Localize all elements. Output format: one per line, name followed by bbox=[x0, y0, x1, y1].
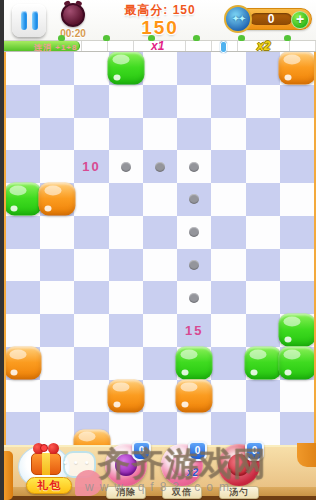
currency-pill: 0 ✦✦ + bbox=[225, 8, 312, 30]
ellipsis-dots: • • • bbox=[61, 456, 93, 468]
board-cell-r3-c2: 10 bbox=[74, 150, 108, 183]
board-cell-r10-c4 bbox=[143, 380, 177, 413]
board-cell-r10-c2 bbox=[74, 380, 108, 413]
jelly-orange-r10-c3[interactable] bbox=[107, 379, 144, 412]
pause-icon bbox=[21, 11, 27, 30]
board-cell-r9-c0 bbox=[6, 347, 40, 380]
board-cell-r7-c7 bbox=[246, 281, 280, 314]
add-currency-button[interactable]: + bbox=[291, 11, 309, 29]
board-cell-r6-c6 bbox=[211, 249, 245, 282]
board-cell-r8-c1 bbox=[40, 314, 74, 347]
score-popup-label: 10 bbox=[74, 150, 108, 183]
board-cell-r7-c4 bbox=[143, 281, 177, 314]
path-dot-r5-c5 bbox=[189, 227, 199, 237]
watermark-url: www.qf82.com bbox=[4, 480, 316, 494]
board-cell-r0-c7 bbox=[246, 52, 280, 85]
board-cell-r4-c7 bbox=[246, 183, 280, 216]
board-cell-r9-c1 bbox=[40, 347, 74, 380]
score-block: 最高分: 150 150 bbox=[90, 2, 230, 39]
board-cell-r8-c7 bbox=[246, 314, 280, 347]
board-cell-r10-c8 bbox=[280, 380, 314, 413]
board-cell-r7-c2 bbox=[74, 281, 108, 314]
path-dot-r4-c5 bbox=[189, 194, 199, 204]
board-cell-r4-c4 bbox=[143, 183, 177, 216]
thermometer-icon bbox=[220, 41, 227, 53]
grass-sprout-icon bbox=[103, 35, 110, 41]
board-cell-r3-c6 bbox=[211, 150, 245, 183]
score-popup-label: 15 bbox=[177, 314, 211, 347]
board-cell-r4-c0 bbox=[6, 183, 40, 216]
bottom-hud: • • • 礼包 0 消除 x2 0 双倍 bbox=[4, 443, 316, 500]
pause-button[interactable] bbox=[12, 4, 46, 37]
board-cell-r7-c6 bbox=[211, 281, 245, 314]
board-cell-r2-c4 bbox=[143, 118, 177, 151]
board-cell-r11-c8 bbox=[280, 412, 314, 445]
gem-icon: ✦✦ bbox=[224, 5, 252, 33]
board-cell-r5-c2 bbox=[74, 216, 108, 249]
board-cell-r6-c2 bbox=[74, 249, 108, 282]
board-cell-r4-c5 bbox=[177, 183, 211, 216]
game-screen: 00:20 最高分: 150 150 0 ✦✦ + 连消 +1+8 x1 x2 … bbox=[4, 0, 316, 500]
board-cell-r3-c3 bbox=[109, 150, 143, 183]
board-cell-r10-c7 bbox=[246, 380, 280, 413]
board-cell-r2-c6 bbox=[211, 118, 245, 151]
best-score-value: 150 bbox=[173, 3, 196, 17]
board-cell-r5-c0 bbox=[6, 216, 40, 249]
board-cell-r7-c3 bbox=[109, 281, 143, 314]
board-cell-r5-c1 bbox=[40, 216, 74, 249]
grass-sprout-icon bbox=[58, 35, 65, 41]
board-cell-r9-c2 bbox=[74, 347, 108, 380]
board-cell-r5-c5 bbox=[177, 216, 211, 249]
board-cell-r3-c8 bbox=[280, 150, 314, 183]
grass-sprout-icon bbox=[148, 35, 155, 41]
path-dot-r7-c5 bbox=[189, 293, 199, 303]
board-cell-r5-c6 bbox=[211, 216, 245, 249]
board-cell-r10-c3 bbox=[109, 380, 143, 413]
board-cell-r3-c4 bbox=[143, 150, 177, 183]
board-cell-r0-c0 bbox=[6, 52, 40, 85]
board-cell-r8-c3 bbox=[109, 314, 143, 347]
jelly-green-r9-c8[interactable] bbox=[278, 347, 315, 380]
board-cell-r7-c0 bbox=[6, 281, 40, 314]
countdown-timer: 00:20 bbox=[52, 3, 94, 39]
board-cell-r1-c7 bbox=[246, 85, 280, 118]
board-cell-r9-c7 bbox=[246, 347, 280, 380]
board-cell-r1-c2 bbox=[74, 85, 108, 118]
board-cell-r3-c7 bbox=[246, 150, 280, 183]
board-cell-r4-c8 bbox=[280, 183, 314, 216]
combo-meter: 连消 +1+8 x1 x2 bbox=[4, 40, 316, 52]
best-score-label: 最高分: bbox=[124, 3, 168, 17]
board-cell-r5-c3 bbox=[109, 216, 143, 249]
board-cell-r6-c4 bbox=[143, 249, 177, 282]
board-cell-r1-c5 bbox=[177, 85, 211, 118]
jelly-green-r0-c3[interactable] bbox=[107, 52, 144, 85]
board-cell-r6-c1 bbox=[40, 249, 74, 282]
alarm-clock-icon bbox=[61, 3, 85, 27]
path-dot-r3-c3 bbox=[121, 162, 131, 172]
path-dot-r3-c4 bbox=[155, 162, 165, 172]
board-cell-r2-c3 bbox=[109, 118, 143, 151]
right-curtain-decor bbox=[297, 443, 316, 467]
board-cell-r11-c6 bbox=[211, 412, 245, 445]
currency-count: 0 bbox=[250, 9, 292, 31]
board-cell-r1-c3 bbox=[109, 85, 143, 118]
board-cell-r0-c5 bbox=[177, 52, 211, 85]
game-board: 1015 bbox=[4, 52, 316, 447]
top-hud: 00:20 最高分: 150 150 0 ✦✦ + bbox=[4, 0, 316, 40]
board-cell-r2-c7 bbox=[246, 118, 280, 151]
board-cell-r8-c6 bbox=[211, 314, 245, 347]
jelly-orange-r9-c0[interactable] bbox=[5, 347, 42, 380]
board-cell-r6-c5 bbox=[177, 249, 211, 282]
board-cell-r8-c4 bbox=[143, 314, 177, 347]
board-cell-r9-c5 bbox=[177, 347, 211, 380]
board-cell-r10-c6 bbox=[211, 380, 245, 413]
jelly-orange-r10-c5[interactable] bbox=[176, 379, 213, 412]
board-cell-r5-c8 bbox=[280, 216, 314, 249]
board-cell-r7-c8 bbox=[280, 281, 314, 314]
pause-icon bbox=[32, 11, 38, 30]
board-cell-r2-c1 bbox=[40, 118, 74, 151]
jelly-green-r8-c8[interactable] bbox=[278, 314, 315, 347]
jelly-orange-r0-c8[interactable] bbox=[278, 52, 315, 85]
path-dot-r3-c5 bbox=[189, 162, 199, 172]
board-cell-r1-c8 bbox=[280, 85, 314, 118]
board-cell-r2-c8 bbox=[280, 118, 314, 151]
path-dot-r6-c5 bbox=[189, 260, 199, 270]
board-cell-r1-c4 bbox=[143, 85, 177, 118]
board-cell-r3-c1 bbox=[40, 150, 74, 183]
board-cell-r6-c3 bbox=[109, 249, 143, 282]
multiplier-x2: x2 bbox=[257, 39, 270, 53]
grass-sprout-icon bbox=[193, 35, 200, 41]
board-cell-r6-c0 bbox=[6, 249, 40, 282]
board-cell-r7-c5 bbox=[177, 281, 211, 314]
board-cell-r4-c3 bbox=[109, 183, 143, 216]
multiplier-x1: x1 bbox=[151, 39, 164, 53]
board-cell-r1-c6 bbox=[211, 85, 245, 118]
jelly-orange-r4-c1[interactable] bbox=[39, 183, 76, 216]
board-cell-r1-c1 bbox=[40, 85, 74, 118]
board-cell-r10-c0 bbox=[6, 380, 40, 413]
board-cell-r2-c5 bbox=[177, 118, 211, 151]
board-cell-r2-c2 bbox=[74, 118, 108, 151]
board-cell-r0-c2 bbox=[74, 52, 108, 85]
board-cell-r0-c1 bbox=[40, 52, 74, 85]
grass-sprout-icon bbox=[284, 35, 291, 41]
board-cell-r8-c0 bbox=[6, 314, 40, 347]
gift-box-icon bbox=[31, 441, 61, 477]
board-cell-r8-c8 bbox=[280, 314, 314, 347]
combo-label: 连消 +1+8 bbox=[34, 42, 77, 53]
board-cell-r9-c6 bbox=[211, 347, 245, 380]
board-cell-r10-c1 bbox=[40, 380, 74, 413]
board-cell-r0-c4 bbox=[143, 52, 177, 85]
jelly-green-r9-c5[interactable] bbox=[176, 347, 213, 380]
jelly-green-r4-c0[interactable] bbox=[5, 183, 42, 216]
board-cell-r11-c2 bbox=[74, 412, 108, 445]
board-cell-r6-c7 bbox=[246, 249, 280, 282]
current-score: 150 bbox=[90, 17, 230, 39]
board-cell-r3-c5 bbox=[177, 150, 211, 183]
board-cell-r3-c0 bbox=[6, 150, 40, 183]
board-cell-r1-c0 bbox=[6, 85, 40, 118]
board-cell-r0-c3 bbox=[109, 52, 143, 85]
board-cell-r0-c8 bbox=[280, 52, 314, 85]
board-cell-r11-c4 bbox=[143, 412, 177, 445]
board-cell-r9-c8 bbox=[280, 347, 314, 380]
board-cell-r4-c1 bbox=[40, 183, 74, 216]
board-cell-r4-c2 bbox=[74, 183, 108, 216]
board-cell-r8-c2 bbox=[74, 314, 108, 347]
board-cell-r10-c5 bbox=[177, 380, 211, 413]
board-cell-r5-c7 bbox=[246, 216, 280, 249]
board-cell-r7-c1 bbox=[40, 281, 74, 314]
board-cell-r9-c3 bbox=[109, 347, 143, 380]
board-cell-r5-c4 bbox=[143, 216, 177, 249]
board-cell-r6-c8 bbox=[280, 249, 314, 282]
board-cell-r9-c4 bbox=[143, 347, 177, 380]
board-cell-r2-c0 bbox=[6, 118, 40, 151]
board-cell-r8-c5: 15 bbox=[177, 314, 211, 347]
board-cell-r0-c6 bbox=[211, 52, 245, 85]
jelly-green-r9-c7[interactable] bbox=[244, 347, 281, 380]
board-cell-r4-c6 bbox=[211, 183, 245, 216]
grass-sprout-icon bbox=[238, 35, 245, 41]
